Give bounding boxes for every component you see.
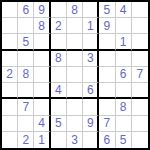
given-digit-r4c6[interactable]: 3: [83, 51, 99, 67]
given-digit-r7c8[interactable]: 8: [116, 99, 132, 115]
cell-r5c7[interactable]: [99, 67, 115, 83]
cell-r3c7[interactable]: [99, 34, 115, 50]
cell-r3c5[interactable]: [67, 34, 83, 50]
cell-r5c4[interactable]: [51, 67, 67, 83]
cell-r6c7[interactable]: [99, 83, 115, 99]
cell-r9c6[interactable]: [83, 132, 99, 148]
cell-r6c3[interactable]: [34, 83, 50, 99]
cell-r1c4[interactable]: [51, 2, 67, 18]
cell-r6c8[interactable]: [116, 83, 132, 99]
given-digit-r4c4[interactable]: 8: [51, 51, 67, 67]
cell-r7c6[interactable]: [83, 99, 99, 115]
cell-r4c2[interactable]: [18, 51, 34, 67]
cell-r8c1[interactable]: [2, 116, 18, 132]
given-digit-r5c2[interactable]: 8: [18, 67, 34, 83]
cell-r6c1[interactable]: [2, 83, 18, 99]
cell-r6c9[interactable]: [132, 83, 148, 99]
cell-r1c9[interactable]: [132, 2, 148, 18]
cell-r9c9[interactable]: [132, 132, 148, 148]
cell-r3c9[interactable]: [132, 34, 148, 50]
cell-r7c3[interactable]: [34, 99, 50, 115]
given-digit-r1c8[interactable]: 4: [116, 2, 132, 18]
cell-r8c5[interactable]: [67, 116, 83, 132]
given-digit-r8c7[interactable]: 7: [99, 116, 115, 132]
given-digit-r2c3[interactable]: 8: [34, 18, 50, 34]
given-digit-r3c8[interactable]: 1: [116, 34, 132, 50]
cell-r4c3[interactable]: [34, 51, 50, 67]
given-digit-r6c6[interactable]: 6: [83, 83, 99, 99]
cell-r2c2[interactable]: [18, 18, 34, 34]
cell-r8c2[interactable]: [18, 116, 34, 132]
cell-r7c1[interactable]: [2, 99, 18, 115]
cell-r2c9[interactable]: [132, 18, 148, 34]
cell-r7c5[interactable]: [67, 99, 83, 115]
given-digit-r1c3[interactable]: 9: [34, 2, 50, 18]
given-digit-r6c4[interactable]: 4: [51, 83, 67, 99]
cell-r3c3[interactable]: [34, 34, 50, 50]
given-digit-r3c2[interactable]: 5: [18, 34, 34, 50]
cell-r6c5[interactable]: [67, 83, 83, 99]
cell-r4c7[interactable]: [99, 51, 115, 67]
cell-r7c7[interactable]: [99, 99, 115, 115]
cell-r7c4[interactable]: [51, 99, 67, 115]
given-digit-r9c7[interactable]: 6: [99, 132, 115, 148]
cell-r4c5[interactable]: [67, 51, 83, 67]
given-digit-r9c5[interactable]: 3: [67, 132, 83, 148]
cell-r2c8[interactable]: [116, 18, 132, 34]
cell-r2c1[interactable]: [2, 18, 18, 34]
cell-r9c1[interactable]: [2, 132, 18, 148]
given-digit-r8c6[interactable]: 9: [83, 116, 99, 132]
cell-r5c5[interactable]: [67, 67, 83, 83]
cell-r1c1[interactable]: [2, 2, 18, 18]
given-digit-r1c2[interactable]: 6: [18, 2, 34, 18]
given-digit-r1c7[interactable]: 5: [99, 2, 115, 18]
cell-r3c6[interactable]: [83, 34, 99, 50]
cell-r2c5[interactable]: [67, 18, 83, 34]
given-digit-r1c5[interactable]: 8: [67, 2, 83, 18]
given-digit-r5c1[interactable]: 2: [2, 67, 18, 83]
cell-r3c4[interactable]: [51, 34, 67, 50]
sudoku-board: 698548219518328674678459721365: [0, 0, 150, 150]
given-digit-r2c7[interactable]: 9: [99, 18, 115, 34]
cell-r3c1[interactable]: [2, 34, 18, 50]
cell-r9c4[interactable]: [51, 132, 67, 148]
given-digit-r9c8[interactable]: 5: [116, 132, 132, 148]
given-digit-r8c4[interactable]: 5: [51, 116, 67, 132]
given-digit-r9c3[interactable]: 1: [34, 132, 50, 148]
cell-r1c6[interactable]: [83, 2, 99, 18]
cell-r5c6[interactable]: [83, 67, 99, 83]
given-digit-r5c9[interactable]: 7: [132, 67, 148, 83]
given-digit-r8c3[interactable]: 4: [34, 116, 50, 132]
cell-r8c9[interactable]: [132, 116, 148, 132]
given-digit-r2c4[interactable]: 2: [51, 18, 67, 34]
given-digit-r5c8[interactable]: 6: [116, 67, 132, 83]
cell-r6c2[interactable]: [18, 83, 34, 99]
cell-r4c8[interactable]: [116, 51, 132, 67]
cell-r8c8[interactable]: [116, 116, 132, 132]
cell-r4c1[interactable]: [2, 51, 18, 67]
cell-r5c3[interactable]: [34, 67, 50, 83]
given-digit-r9c2[interactable]: 2: [18, 132, 34, 148]
cell-r4c9[interactable]: [132, 51, 148, 67]
given-digit-r7c2[interactable]: 7: [18, 99, 34, 115]
given-digit-r2c6[interactable]: 1: [83, 18, 99, 34]
cell-r7c9[interactable]: [132, 99, 148, 115]
